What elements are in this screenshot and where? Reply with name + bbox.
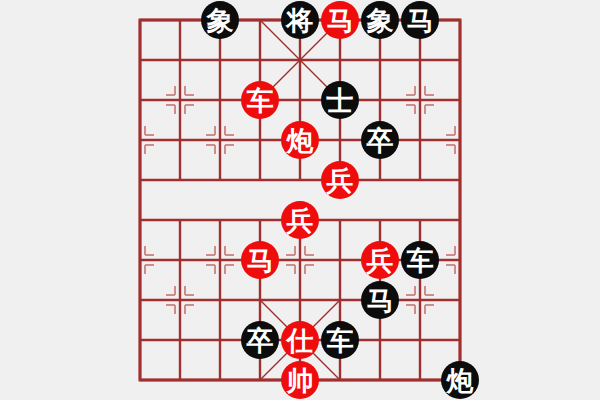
pieces-layer: 象将马象马车士炮卒兵兵马兵车马卒仕车帅炮 [0, 0, 600, 400]
piece-black-chariot[interactable]: 车 [401, 241, 439, 279]
piece-black-cannon[interactable]: 炮 [441, 361, 479, 399]
piece-black-general[interactable]: 将 [281, 1, 319, 39]
piece-red-horse[interactable]: 马 [321, 1, 359, 39]
piece-black-elephant[interactable]: 象 [361, 1, 399, 39]
xiangqi-board-stage: 象将马象马车士炮卒兵兵马兵车马卒仕车帅炮 [0, 0, 600, 400]
piece-red-horse[interactable]: 马 [241, 241, 279, 279]
piece-red-cannon[interactable]: 炮 [281, 121, 319, 159]
piece-red-soldier[interactable]: 兵 [281, 201, 319, 239]
piece-red-soldier[interactable]: 兵 [361, 241, 399, 279]
piece-red-chariot[interactable]: 车 [241, 81, 279, 119]
piece-black-chariot[interactable]: 车 [321, 321, 359, 359]
piece-black-horse[interactable]: 马 [401, 1, 439, 39]
piece-black-elephant[interactable]: 象 [201, 1, 239, 39]
piece-red-general[interactable]: 帅 [281, 361, 319, 399]
piece-black-soldier[interactable]: 卒 [361, 121, 399, 159]
piece-black-soldier[interactable]: 卒 [241, 321, 279, 359]
piece-red-advisor[interactable]: 仕 [281, 321, 319, 359]
piece-black-advisor[interactable]: 士 [321, 81, 359, 119]
piece-black-horse[interactable]: 马 [361, 281, 399, 319]
piece-red-soldier[interactable]: 兵 [321, 161, 359, 199]
